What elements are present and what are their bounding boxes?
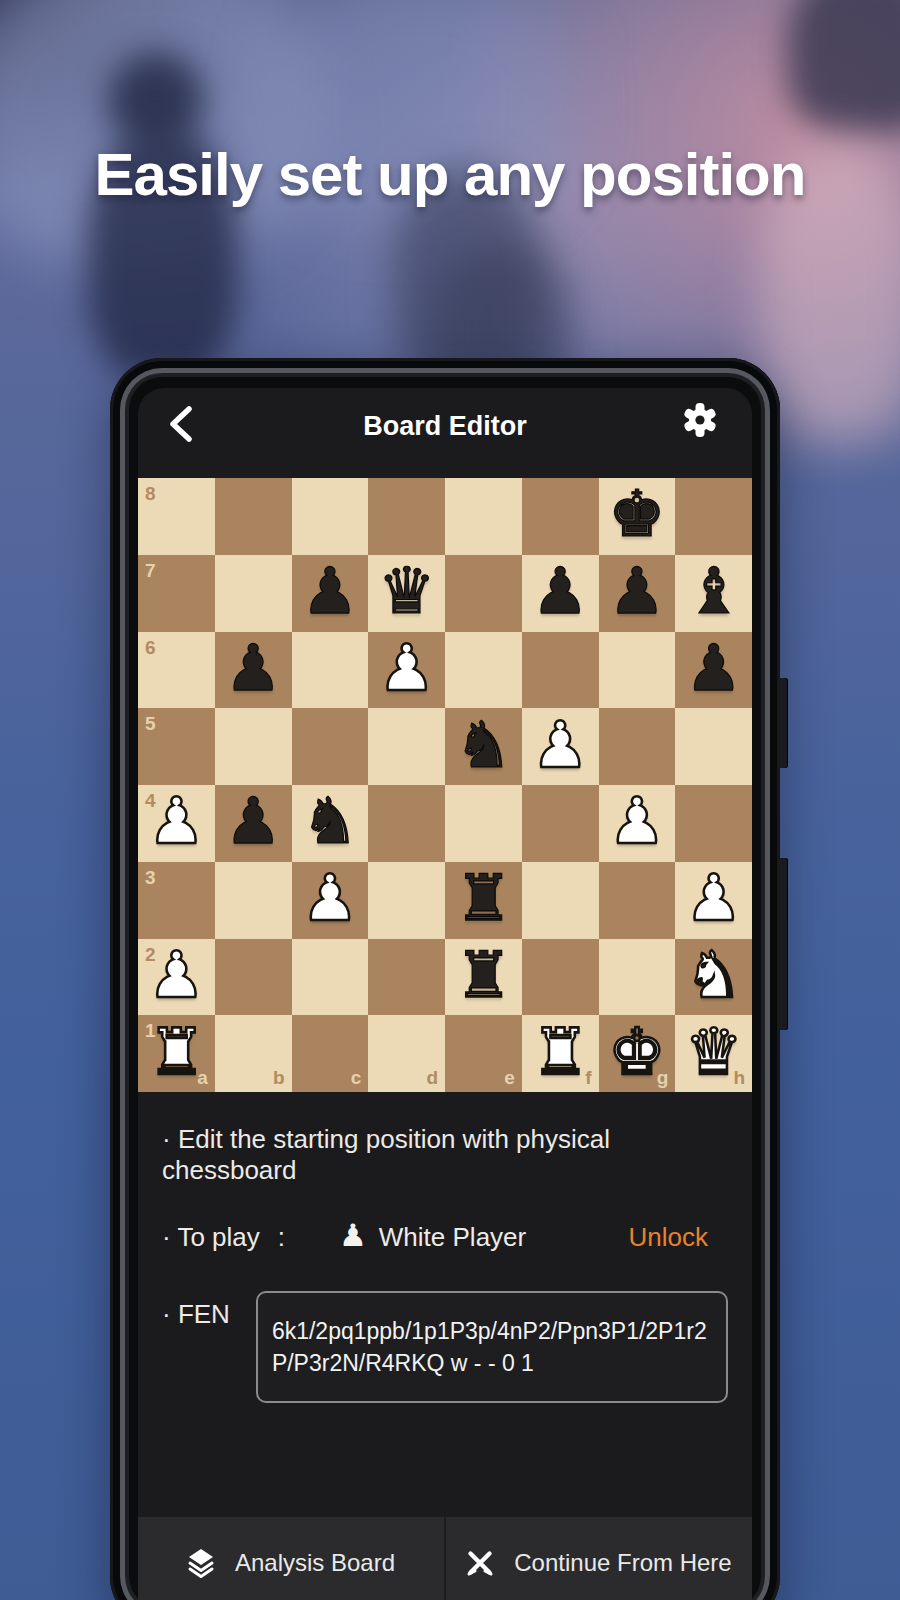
square-f7[interactable]: ♟	[522, 555, 599, 632]
to-play-colon: :	[278, 1222, 285, 1253]
square-b5[interactable]	[215, 708, 292, 785]
square-e8[interactable]	[445, 478, 522, 555]
square-h6[interactable]: ♟	[675, 632, 752, 709]
square-a3[interactable]: 3	[138, 862, 215, 939]
info-section: · Edit the starting position with physic…	[138, 1124, 752, 1403]
square-h3[interactable]: ♟	[675, 862, 752, 939]
unlock-link[interactable]: Unlock	[629, 1222, 708, 1253]
fen-label: · FEN	[162, 1291, 230, 1330]
square-f1[interactable]: f♜	[522, 1015, 599, 1092]
file-label-e: e	[504, 1068, 515, 1087]
phone-volume-button	[778, 678, 788, 768]
piece-white-pawn[interactable]: ♟	[148, 789, 205, 853]
square-c3[interactable]: ♟	[292, 862, 369, 939]
piece-white-rook[interactable]: ♜	[148, 1020, 205, 1084]
square-c1[interactable]: c	[292, 1015, 369, 1092]
continue-from-here-label: Continue From Here	[514, 1549, 731, 1577]
piece-white-rook[interactable]: ♜	[531, 1020, 588, 1084]
square-e6[interactable]	[445, 632, 522, 709]
square-c2[interactable]	[292, 939, 369, 1016]
square-f2[interactable]	[522, 939, 599, 1016]
fen-value: 6k1/2pq1ppb/1p1P3p/4nP2/Ppn3P1/2P1r2P/P3…	[272, 1315, 712, 1379]
square-g8[interactable]: ♚	[599, 478, 676, 555]
square-b8[interactable]	[215, 478, 292, 555]
piece-black-pawn[interactable]: ♟	[531, 559, 588, 623]
square-f3[interactable]	[522, 862, 599, 939]
square-e2[interactable]: ♜	[445, 939, 522, 1016]
piece-black-king[interactable]: ♚	[608, 482, 665, 546]
square-e5[interactable]: ♞	[445, 708, 522, 785]
square-a6[interactable]: 6	[138, 632, 215, 709]
square-f8[interactable]	[522, 478, 599, 555]
fen-input[interactable]: 6k1/2pq1ppb/1p1P3p/4nP2/Ppn3P1/2P1r2P/P3…	[256, 1291, 728, 1403]
square-c6[interactable]	[292, 632, 369, 709]
square-d4[interactable]	[368, 785, 445, 862]
square-d1[interactable]: d	[368, 1015, 445, 1092]
piece-black-knight[interactable]: ♞	[301, 789, 358, 853]
headline: Easily set up any position	[0, 140, 900, 209]
phone-screen: Board Editor	[138, 388, 752, 1600]
phone-mockup: Board Editor	[110, 358, 780, 1600]
piece-white-knight[interactable]: ♞	[685, 943, 742, 1007]
chess-board[interactable]: 8♚7♟♛♟♟♝6♟♟♟5♞♟4♟♟♞♟3♟♜♟2♟♜♞1a♜bcdef♜g♚h…	[138, 478, 752, 1092]
square-d6[interactable]: ♟	[368, 632, 445, 709]
to-play-label: · To play	[162, 1222, 260, 1253]
piece-black-rook[interactable]: ♜	[455, 866, 512, 930]
square-b3[interactable]	[215, 862, 292, 939]
edit-note: · Edit the starting position with physic…	[162, 1124, 728, 1186]
settings-button[interactable]	[678, 396, 722, 444]
square-g5[interactable]	[599, 708, 676, 785]
white-pawn-icon: ♟	[339, 1220, 367, 1251]
piece-black-pawn[interactable]: ♟	[224, 636, 281, 700]
piece-black-pawn[interactable]: ♟	[224, 789, 281, 853]
rank-label-5: 5	[145, 714, 156, 733]
square-g3[interactable]	[599, 862, 676, 939]
square-h4[interactable]	[675, 785, 752, 862]
continue-from-here-button[interactable]: Continue From Here	[444, 1517, 752, 1600]
rank-label-8: 8	[145, 484, 156, 503]
analysis-board-button[interactable]: Analysis Board	[138, 1517, 444, 1600]
piece-black-rook[interactable]: ♜	[455, 943, 512, 1007]
square-f6[interactable]	[522, 632, 599, 709]
square-b7[interactable]	[215, 555, 292, 632]
square-c8[interactable]	[292, 478, 369, 555]
square-b6[interactable]: ♟	[215, 632, 292, 709]
square-a8[interactable]: 8	[138, 478, 215, 555]
piece-black-queen[interactable]: ♛	[378, 559, 435, 623]
piece-white-queen[interactable]: ♛	[685, 1020, 742, 1084]
square-e4[interactable]	[445, 785, 522, 862]
square-g4[interactable]: ♟	[599, 785, 676, 862]
square-a7[interactable]: 7	[138, 555, 215, 632]
piece-black-bishop[interactable]: ♝	[685, 559, 742, 623]
piece-white-pawn[interactable]: ♟	[148, 943, 205, 1007]
rank-label-7: 7	[145, 561, 156, 580]
file-label-d: d	[426, 1068, 438, 1087]
file-label-b: b	[273, 1068, 285, 1087]
back-chevron-icon	[166, 404, 196, 444]
app-header: Board Editor	[138, 388, 752, 478]
square-f4[interactable]	[522, 785, 599, 862]
piece-black-pawn[interactable]: ♟	[685, 636, 742, 700]
square-d7[interactable]: ♛	[368, 555, 445, 632]
background-blur-piece	[788, 0, 900, 134]
piece-white-king[interactable]: ♚	[608, 1020, 665, 1084]
square-h5[interactable]	[675, 708, 752, 785]
phone-power-button	[778, 858, 788, 1030]
square-d3[interactable]	[368, 862, 445, 939]
square-d5[interactable]	[368, 708, 445, 785]
square-h1[interactable]: h♛	[675, 1015, 752, 1092]
square-e7[interactable]	[445, 555, 522, 632]
square-h8[interactable]	[675, 478, 752, 555]
crossed-swords-icon	[466, 1549, 494, 1577]
page-title: Board Editor	[363, 411, 527, 442]
square-c4[interactable]: ♞	[292, 785, 369, 862]
square-d8[interactable]	[368, 478, 445, 555]
piece-white-pawn[interactable]: ♟	[531, 713, 588, 777]
square-d2[interactable]	[368, 939, 445, 1016]
back-button[interactable]	[166, 402, 206, 446]
square-g1[interactable]: g♚	[599, 1015, 676, 1092]
to-play-value[interactable]: White Player	[379, 1222, 526, 1253]
square-h2[interactable]: ♞	[675, 939, 752, 1016]
analysis-board-label: Analysis Board	[235, 1549, 395, 1577]
fen-row: · FEN 6k1/2pq1ppb/1p1P3p/4nP2/Ppn3P1/2P1…	[162, 1291, 728, 1403]
square-g2[interactable]	[599, 939, 676, 1016]
piece-white-pawn[interactable]: ♟	[608, 789, 665, 853]
gear-icon	[681, 401, 719, 439]
square-b4[interactable]: ♟	[215, 785, 292, 862]
app-promo-screenshot: Easily set up any position Board Editor	[0, 0, 900, 1600]
square-e1[interactable]: e	[445, 1015, 522, 1092]
bottom-bar: Analysis Board	[138, 1517, 752, 1600]
square-c5[interactable]	[292, 708, 369, 785]
to-play-row: · To play : ♟ White Player Unlock	[162, 1222, 728, 1253]
square-b2[interactable]	[215, 939, 292, 1016]
square-f5[interactable]: ♟	[522, 708, 599, 785]
layers-icon	[187, 1548, 215, 1578]
square-c7[interactable]: ♟	[292, 555, 369, 632]
square-a4[interactable]: 4♟	[138, 785, 215, 862]
piece-white-pawn[interactable]: ♟	[301, 866, 358, 930]
piece-black-knight[interactable]: ♞	[455, 713, 512, 777]
file-label-c: c	[351, 1068, 362, 1087]
square-g7[interactable]: ♟	[599, 555, 676, 632]
square-h7[interactable]: ♝	[675, 555, 752, 632]
piece-black-pawn[interactable]: ♟	[301, 559, 358, 623]
square-b1[interactable]: b	[215, 1015, 292, 1092]
piece-white-pawn[interactable]: ♟	[685, 866, 742, 930]
rank-label-6: 6	[145, 638, 156, 657]
piece-white-pawn[interactable]: ♟	[378, 636, 435, 700]
piece-black-pawn[interactable]: ♟	[608, 559, 665, 623]
square-a2[interactable]: 2♟	[138, 939, 215, 1016]
square-a1[interactable]: 1a♜	[138, 1015, 215, 1092]
square-e3[interactable]: ♜	[445, 862, 522, 939]
square-g6[interactable]	[599, 632, 676, 709]
square-a5[interactable]: 5	[138, 708, 215, 785]
rank-label-3: 3	[145, 868, 156, 887]
